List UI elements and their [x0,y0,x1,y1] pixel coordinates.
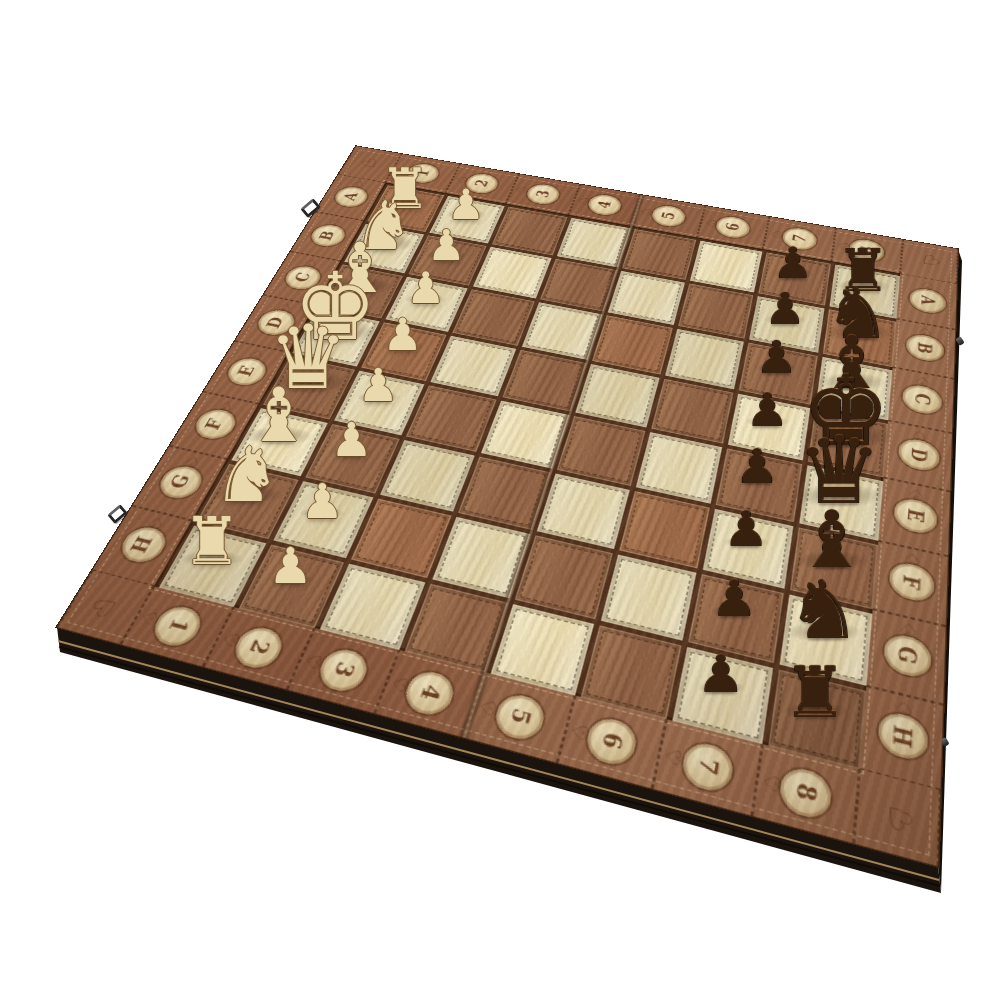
square-c4[interactable] [522,302,603,359]
square-b3[interactable] [473,246,551,298]
label-disc: D [897,436,939,473]
label-disc: B [905,332,944,363]
heart-scroll-icon: ♡ [638,207,654,217]
square-c3[interactable] [453,289,535,345]
black-pawn[interactable]: ♟ [736,443,779,491]
label-disc: 5 [650,203,688,228]
heart-scroll-icon: ♡ [702,218,717,228]
square-c5[interactable] [592,315,672,374]
label-disc: G [153,463,207,501]
label-disc: H [876,709,927,764]
label-disc: 4 [586,193,624,217]
label-disc: 3 [314,645,373,695]
chess-set-scene: 1♡1♡A♡A♡2♡2♡B♡B♡3♡3♡C♡C♡4♡4♡D♡D♡5♡5♡E♡E♡… [0,0,1000,1000]
black-pawn[interactable]: ♟ [711,574,756,624]
white-knight[interactable]: ♞ [213,436,281,512]
square-g6[interactable] [600,554,696,640]
square-e4[interactable] [481,400,570,468]
label-disc: C [901,382,941,416]
corner-scroll-icon: ♡ [876,796,920,837]
label-disc: A [908,286,945,315]
black-pawn[interactable]: ♟ [774,242,813,285]
square-g4[interactable] [432,517,530,598]
white-pawn[interactable]: ♟ [406,267,445,311]
square-f6[interactable] [619,490,710,568]
corner-scroll-icon: ♡ [914,252,944,270]
label-disc: 4 [401,667,459,718]
black-pawn[interactable]: ♟ [697,649,743,701]
label-disc: 3 [524,182,562,206]
square-b4[interactable] [540,258,617,311]
label-disc: 1 [147,602,207,649]
square-d5[interactable] [575,364,659,428]
white-pawn[interactable]: ♟ [358,363,399,409]
corner-scroll-icon: ♡ [89,591,124,621]
square-d4[interactable] [502,349,587,411]
black-pawn[interactable]: ♟ [746,387,788,433]
black-knight[interactable]: ♞ [787,570,860,651]
square-e3[interactable] [406,385,496,451]
white-pawn[interactable]: ♟ [331,418,373,465]
square-e5[interactable] [557,416,645,485]
label-disc: G [882,631,931,680]
label-disc: 8 [778,763,833,821]
label-disc: 6 [715,214,752,239]
black-pawn[interactable]: ♟ [724,505,768,554]
white-pawn[interactable]: ♟ [383,313,423,358]
black-rook[interactable]: ♜ [783,658,846,729]
square-g5[interactable] [515,535,612,618]
square-e6[interactable] [635,432,722,503]
label-disc: H [114,524,171,566]
black-pawn[interactable]: ♟ [756,334,796,379]
square-a4[interactable] [556,218,630,267]
square-d3[interactable] [430,335,516,396]
white-pawn[interactable]: ♟ [268,542,312,592]
label-disc: F [888,560,934,605]
label-disc: 7 [679,738,735,795]
white-pawn[interactable]: ♟ [427,224,465,267]
heart-scroll-icon: ♡ [661,746,684,768]
white-pawn[interactable]: ♟ [301,477,344,525]
label-disc: 2 [229,623,288,671]
square-a3[interactable] [492,207,567,255]
label-disc: 5 [491,690,548,743]
heart-scroll-icon: ♡ [759,772,782,794]
square-f5[interactable] [537,473,629,549]
white-rook[interactable]: ♜ [182,509,241,575]
black-pawn[interactable]: ♟ [765,286,805,330]
label-disc: 6 [584,714,641,769]
label-disc: E [893,495,937,536]
square-f4[interactable] [457,456,550,530]
